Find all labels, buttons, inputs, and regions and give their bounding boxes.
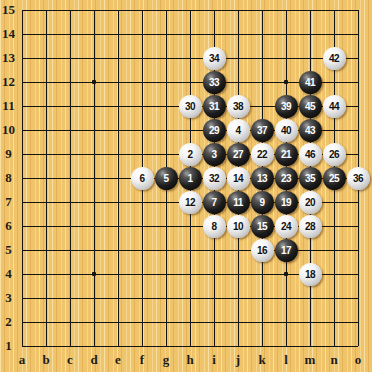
black-stone: 1 (179, 167, 202, 190)
board-intersection[interactable]: 19 (274, 190, 298, 214)
board-intersection[interactable]: 46 (298, 142, 322, 166)
board-intersection[interactable] (106, 190, 130, 214)
board-intersection[interactable] (106, 214, 130, 238)
board-intersection[interactable] (82, 310, 106, 334)
board-intersection[interactable]: 17 (274, 238, 298, 262)
black-stone: 21 (275, 143, 298, 166)
board-intersection[interactable] (202, 262, 226, 286)
board-intersection[interactable] (226, 262, 250, 286)
white-stone: 4 (227, 119, 250, 142)
board-intersection[interactable]: 35 (298, 166, 322, 190)
row-label: 15 (0, 2, 17, 18)
board-intersection[interactable] (130, 22, 154, 46)
white-stone: 34 (203, 47, 226, 70)
board-intersection[interactable]: 37 (250, 118, 274, 142)
board-intersection[interactable] (250, 262, 274, 286)
board-intersection[interactable] (178, 262, 202, 286)
black-stone: 11 (227, 191, 250, 214)
board-intersection[interactable] (154, 46, 178, 70)
board-intersection[interactable] (178, 118, 202, 142)
row-label: 4 (0, 266, 17, 282)
board-intersection[interactable] (106, 94, 130, 118)
board-intersection[interactable] (154, 190, 178, 214)
black-stone: 33 (203, 71, 226, 94)
board-intersection[interactable] (202, 22, 226, 46)
row-label: 13 (0, 50, 17, 66)
board-intersection[interactable] (322, 238, 346, 262)
white-stone: 12 (179, 191, 202, 214)
board-intersection[interactable]: 13 (250, 166, 274, 190)
board-intersection[interactable] (154, 22, 178, 46)
board-intersection[interactable] (178, 214, 202, 238)
board-intersection[interactable] (58, 166, 82, 190)
board-intersection[interactable] (130, 190, 154, 214)
board-intersection[interactable] (58, 94, 82, 118)
board-intersection[interactable] (322, 310, 346, 334)
board-intersection[interactable] (346, 214, 370, 238)
column-label: c (62, 352, 78, 368)
black-stone: 39 (275, 95, 298, 118)
white-stone: 44 (323, 95, 346, 118)
board-intersection[interactable]: 42 (322, 46, 346, 70)
board-intersection[interactable]: 18 (298, 262, 322, 286)
board-intersection[interactable]: 22 (250, 142, 274, 166)
board-intersection[interactable]: 34 (202, 46, 226, 70)
column-label: i (206, 352, 222, 368)
board-intersection[interactable] (154, 310, 178, 334)
black-stone: 45 (299, 95, 322, 118)
column-label: b (38, 352, 54, 368)
board-intersection[interactable] (82, 238, 106, 262)
board-intersection[interactable]: 33 (202, 70, 226, 94)
board-intersection[interactable] (154, 118, 178, 142)
board-intersection[interactable] (226, 238, 250, 262)
board-intersection[interactable] (130, 286, 154, 310)
black-stone: 3 (203, 143, 226, 166)
row-label: 8 (0, 170, 17, 186)
board-intersection[interactable] (202, 286, 226, 310)
black-stone: 7 (203, 191, 226, 214)
board-intersection[interactable]: 8 (202, 214, 226, 238)
black-stone: 5 (155, 167, 178, 190)
board-intersection[interactable] (34, 310, 58, 334)
board-intersection[interactable] (106, 262, 130, 286)
board-intersection[interactable] (34, 214, 58, 238)
board-intersection[interactable] (250, 70, 274, 94)
black-stone: 25 (323, 167, 346, 190)
board-intersection[interactable] (82, 118, 106, 142)
board-intersection[interactable] (274, 286, 298, 310)
board-intersection[interactable] (298, 286, 322, 310)
column-label: h (182, 352, 198, 368)
board-intersection[interactable] (130, 214, 154, 238)
white-stone: 26 (323, 143, 346, 166)
board-intersection[interactable]: 45 (298, 94, 322, 118)
column-label: d (86, 352, 102, 368)
board-intersection[interactable] (322, 214, 346, 238)
board-intersection[interactable] (82, 286, 106, 310)
board-intersection[interactable] (274, 310, 298, 334)
board-intersection[interactable] (106, 46, 130, 70)
white-stone: 24 (275, 215, 298, 238)
board-intersection[interactable] (58, 0, 82, 22)
board-intersection[interactable] (322, 70, 346, 94)
board-intersection[interactable] (130, 310, 154, 334)
board-intersection[interactable] (178, 238, 202, 262)
white-stone: 36 (347, 167, 370, 190)
board-intersection[interactable] (82, 214, 106, 238)
board-intersection[interactable] (130, 262, 154, 286)
board-intersection[interactable] (250, 310, 274, 334)
board-intersection[interactable] (106, 142, 130, 166)
board-intersection[interactable] (298, 310, 322, 334)
board-intersection[interactable]: 24 (274, 214, 298, 238)
board-intersection[interactable] (82, 190, 106, 214)
board-intersection[interactable]: 11 (226, 190, 250, 214)
white-stone: 32 (203, 167, 226, 190)
black-stone: 9 (251, 191, 274, 214)
black-stone: 17 (275, 239, 298, 262)
board-intersection[interactable] (346, 70, 370, 94)
board-intersection[interactable]: 40 (274, 118, 298, 142)
column-label: l (278, 352, 294, 368)
board-intersection[interactable] (346, 142, 370, 166)
board-intersection[interactable] (178, 46, 202, 70)
board-intersection[interactable] (274, 22, 298, 46)
row-label: 12 (0, 74, 17, 90)
board-intersection[interactable]: 15 (250, 214, 274, 238)
board-intersection[interactable] (58, 262, 82, 286)
board-intersection[interactable] (130, 46, 154, 70)
board-intersection[interactable] (106, 310, 130, 334)
board-intersection[interactable] (178, 70, 202, 94)
white-stone: 14 (227, 167, 250, 190)
black-stone: 43 (299, 119, 322, 142)
board-intersection[interactable] (82, 262, 106, 286)
board-intersection[interactable] (154, 0, 178, 22)
board-intersection[interactable]: 25 (322, 166, 346, 190)
black-stone: 29 (203, 119, 226, 142)
board-intersection[interactable]: 9 (250, 190, 274, 214)
board-intersection[interactable] (106, 166, 130, 190)
board-intersection[interactable] (154, 94, 178, 118)
black-stone: 15 (251, 215, 274, 238)
board-intersection[interactable]: 21 (274, 142, 298, 166)
column-label: f (134, 352, 150, 368)
gomoku-board: 3442334130313839454429437404323272221462… (0, 0, 372, 372)
board-intersection[interactable] (34, 142, 58, 166)
board-intersection[interactable] (58, 142, 82, 166)
board-intersection[interactable] (274, 46, 298, 70)
column-label: a (14, 352, 30, 368)
board-grid: 3442334130313839454429437404323272221462… (10, 0, 370, 358)
board-intersection[interactable] (322, 262, 346, 286)
board-intersection[interactable] (34, 262, 58, 286)
board-intersection[interactable] (346, 46, 370, 70)
board-intersection[interactable] (106, 286, 130, 310)
board-intersection[interactable]: 30 (178, 94, 202, 118)
board-intersection[interactable] (346, 310, 370, 334)
white-stone: 8 (203, 215, 226, 238)
white-stone: 30 (179, 95, 202, 118)
board-intersection[interactable] (250, 46, 274, 70)
board-intersection[interactable] (346, 238, 370, 262)
board-intersection[interactable] (58, 310, 82, 334)
board-intersection[interactable] (82, 70, 106, 94)
white-stone: 2 (179, 143, 202, 166)
board-intersection[interactable] (226, 310, 250, 334)
board-intersection[interactable] (226, 0, 250, 22)
white-stone: 40 (275, 119, 298, 142)
board-intersection[interactable]: 4 (226, 118, 250, 142)
board-intersection[interactable]: 27 (226, 142, 250, 166)
white-stone: 28 (299, 215, 322, 238)
row-label: 6 (0, 218, 17, 234)
board-intersection[interactable] (58, 238, 82, 262)
board-intersection[interactable]: 44 (322, 94, 346, 118)
board-intersection[interactable] (58, 70, 82, 94)
board-intersection[interactable]: 39 (274, 94, 298, 118)
board-intersection[interactable] (82, 94, 106, 118)
board-intersection[interactable] (346, 286, 370, 310)
board-intersection[interactable]: 20 (298, 190, 322, 214)
board-intersection[interactable] (226, 46, 250, 70)
board-intersection[interactable] (34, 70, 58, 94)
board-intersection[interactable] (106, 238, 130, 262)
board-intersection[interactable] (346, 94, 370, 118)
board-intersection[interactable]: 6 (130, 166, 154, 190)
board-intersection[interactable] (34, 190, 58, 214)
board-intersection[interactable]: 41 (298, 70, 322, 94)
board-intersection[interactable]: 23 (274, 166, 298, 190)
board-intersection[interactable] (202, 310, 226, 334)
board-intersection[interactable]: 38 (226, 94, 250, 118)
board-intersection[interactable] (274, 70, 298, 94)
board-intersection[interactable] (154, 70, 178, 94)
board-intersection[interactable]: 1 (178, 166, 202, 190)
white-stone: 18 (299, 263, 322, 286)
white-stone: 42 (323, 47, 346, 70)
board-intersection[interactable] (130, 238, 154, 262)
board-intersection[interactable] (178, 0, 202, 22)
board-intersection[interactable]: 7 (202, 190, 226, 214)
white-stone: 46 (299, 143, 322, 166)
board-intersection[interactable] (58, 214, 82, 238)
black-stone: 27 (227, 143, 250, 166)
black-stone: 37 (251, 119, 274, 142)
board-intersection[interactable]: 36 (346, 166, 370, 190)
board-intersection[interactable] (298, 0, 322, 22)
board-intersection[interactable] (34, 94, 58, 118)
board-intersection[interactable] (322, 0, 346, 22)
board-intersection[interactable] (322, 118, 346, 142)
board-intersection[interactable] (58, 118, 82, 142)
board-intersection[interactable] (34, 22, 58, 46)
board-intersection[interactable] (154, 286, 178, 310)
board-intersection[interactable] (58, 22, 82, 46)
column-label: o (350, 352, 366, 368)
board-intersection[interactable] (130, 70, 154, 94)
column-label: k (254, 352, 270, 368)
board-intersection[interactable] (106, 22, 130, 46)
board-intersection[interactable] (346, 118, 370, 142)
board-intersection[interactable]: 31 (202, 94, 226, 118)
board-intersection[interactable] (34, 286, 58, 310)
board-intersection[interactable] (154, 142, 178, 166)
column-label: e (110, 352, 126, 368)
board-intersection[interactable] (298, 22, 322, 46)
board-intersection[interactable] (58, 190, 82, 214)
row-label: 7 (0, 194, 17, 210)
white-stone: 16 (251, 239, 274, 262)
board-intersection[interactable]: 32 (202, 166, 226, 190)
black-stone: 41 (299, 71, 322, 94)
row-label: 5 (0, 242, 17, 258)
board-intersection[interactable] (34, 46, 58, 70)
column-label: m (302, 352, 318, 368)
white-stone: 20 (299, 191, 322, 214)
board-intersection[interactable] (346, 22, 370, 46)
board-intersection[interactable] (106, 70, 130, 94)
board-intersection[interactable]: 26 (322, 142, 346, 166)
board-intersection[interactable] (130, 118, 154, 142)
black-stone: 23 (275, 167, 298, 190)
board-intersection[interactable] (250, 286, 274, 310)
board-intersection[interactable] (250, 22, 274, 46)
board-intersection[interactable] (106, 0, 130, 22)
board-intersection[interactable]: 12 (178, 190, 202, 214)
board-intersection[interactable]: 10 (226, 214, 250, 238)
board-intersection[interactable] (178, 22, 202, 46)
column-label: n (326, 352, 342, 368)
black-stone: 13 (251, 167, 274, 190)
board-intersection[interactable] (58, 46, 82, 70)
column-label: j (230, 352, 246, 368)
board-intersection[interactable] (34, 0, 58, 22)
board-intersection[interactable] (82, 22, 106, 46)
board-intersection[interactable] (298, 238, 322, 262)
white-stone: 22 (251, 143, 274, 166)
row-label: 11 (0, 98, 17, 114)
board-intersection[interactable] (130, 0, 154, 22)
board-intersection[interactable] (58, 286, 82, 310)
board-intersection[interactable] (250, 0, 274, 22)
white-stone: 38 (227, 95, 250, 118)
board-intersection[interactable]: 16 (250, 238, 274, 262)
board-intersection[interactable] (250, 94, 274, 118)
row-label: 10 (0, 122, 17, 138)
board-intersection[interactable] (346, 0, 370, 22)
board-intersection[interactable] (106, 118, 130, 142)
row-label: 9 (0, 146, 17, 162)
board-intersection[interactable] (178, 310, 202, 334)
board-intersection[interactable] (130, 94, 154, 118)
board-intersection[interactable] (130, 142, 154, 166)
board-intersection[interactable] (346, 262, 370, 286)
row-label: 14 (0, 26, 17, 42)
board-intersection[interactable] (82, 0, 106, 22)
column-label: g (158, 352, 174, 368)
board-intersection[interactable]: 28 (298, 214, 322, 238)
board-intersection[interactable] (34, 238, 58, 262)
row-label: 2 (0, 314, 17, 330)
board-intersection[interactable] (322, 22, 346, 46)
board-intersection[interactable] (34, 166, 58, 190)
board-intersection[interactable] (154, 238, 178, 262)
board-intersection[interactable] (82, 142, 106, 166)
black-stone: 35 (299, 167, 322, 190)
board-intersection[interactable]: 14 (226, 166, 250, 190)
white-stone: 10 (227, 215, 250, 238)
board-intersection[interactable] (202, 238, 226, 262)
board-intersection[interactable] (226, 286, 250, 310)
board-intersection[interactable]: 3 (202, 142, 226, 166)
board-intersection[interactable]: 43 (298, 118, 322, 142)
board-intersection[interactable] (322, 286, 346, 310)
black-stone: 31 (203, 95, 226, 118)
board-intersection[interactable] (34, 118, 58, 142)
board-intersection[interactable] (346, 190, 370, 214)
board-intersection[interactable] (154, 262, 178, 286)
row-label: 3 (0, 290, 17, 306)
board-intersection[interactable] (322, 190, 346, 214)
black-stone: 19 (275, 191, 298, 214)
board-intersection[interactable] (274, 0, 298, 22)
board-intersection[interactable] (82, 46, 106, 70)
board-intersection[interactable] (298, 46, 322, 70)
board-intersection[interactable] (154, 214, 178, 238)
board-intersection[interactable]: 29 (202, 118, 226, 142)
board-intersection[interactable] (82, 166, 106, 190)
board-intersection[interactable]: 5 (154, 166, 178, 190)
board-intersection[interactable] (178, 286, 202, 310)
board-intersection[interactable] (226, 22, 250, 46)
board-intersection[interactable] (274, 262, 298, 286)
board-intersection[interactable] (226, 70, 250, 94)
board-intersection[interactable]: 2 (178, 142, 202, 166)
white-stone: 6 (131, 167, 154, 190)
board-intersection[interactable] (202, 0, 226, 22)
row-label: 1 (0, 338, 17, 354)
